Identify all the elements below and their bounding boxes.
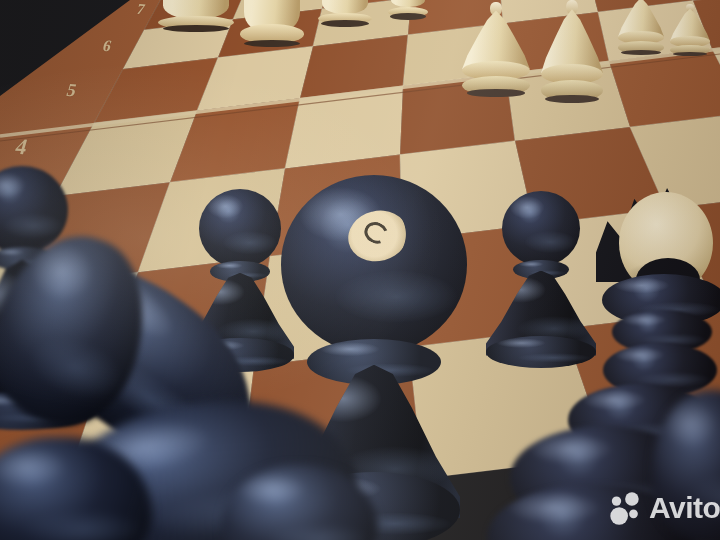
paint-chip-mark [360, 218, 391, 247]
watermark-text: Avito [649, 491, 720, 525]
avito-logo-icon [607, 491, 643, 525]
avito-watermark: Avito [607, 491, 720, 525]
gloss-highlight [199, 189, 281, 268]
gloss-highlight [486, 336, 596, 368]
pawn-head [502, 191, 580, 266]
pawn-base [486, 336, 596, 368]
pawn-head [199, 189, 281, 268]
black-pawn [486, 191, 596, 368]
gloss-highlight [281, 175, 467, 354]
pieces-layer [0, 0, 720, 540]
pawn-head [281, 175, 467, 354]
gloss-highlight [502, 191, 580, 266]
chessboard-photo: 7 6 5 4 Avito [0, 0, 720, 540]
